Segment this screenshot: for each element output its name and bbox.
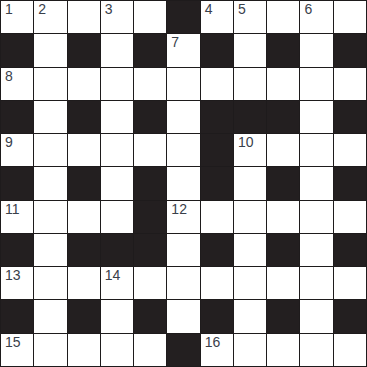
black-cell-r4c6	[201, 134, 233, 166]
white-cell-r2c4[interactable]	[134, 68, 166, 100]
white-cell-r6c6[interactable]	[201, 201, 233, 233]
white-cell-r3c9[interactable]	[300, 101, 332, 133]
white-cell-r0c8[interactable]	[267, 1, 299, 33]
white-cell-r0c10[interactable]	[334, 1, 366, 33]
black-cell-r3c6	[201, 101, 233, 133]
black-cell-r10c5	[167, 334, 199, 366]
white-cell-r3c3[interactable]	[101, 101, 133, 133]
clue-number: 12	[171, 202, 187, 217]
black-cell-r1c8	[267, 34, 299, 66]
white-cell-r4c1[interactable]	[34, 134, 66, 166]
white-cell-r4c8[interactable]	[267, 134, 299, 166]
white-cell-r0c7[interactable]: 5	[234, 1, 266, 33]
white-cell-r8c9[interactable]	[300, 267, 332, 299]
white-cell-r3c1[interactable]	[34, 101, 66, 133]
clue-number: 10	[238, 135, 254, 150]
white-cell-r0c3[interactable]: 3	[101, 1, 133, 33]
white-cell-r9c7[interactable]	[234, 300, 266, 332]
black-cell-r1c4	[134, 34, 166, 66]
white-cell-r0c1[interactable]: 2	[34, 1, 66, 33]
white-cell-r7c1[interactable]	[34, 234, 66, 266]
white-cell-r6c0[interactable]: 11	[1, 201, 33, 233]
white-cell-r2c1[interactable]	[34, 68, 66, 100]
white-cell-r6c5[interactable]: 12	[167, 201, 199, 233]
white-cell-r2c7[interactable]	[234, 68, 266, 100]
white-cell-r10c0[interactable]: 15	[1, 334, 33, 366]
white-cell-r8c6[interactable]	[201, 267, 233, 299]
white-cell-r10c1[interactable]	[34, 334, 66, 366]
white-cell-r8c10[interactable]	[334, 267, 366, 299]
white-cell-r5c9[interactable]	[300, 167, 332, 199]
black-cell-r5c8	[267, 167, 299, 199]
white-cell-r2c9[interactable]	[300, 68, 332, 100]
white-cell-r8c4[interactable]	[134, 267, 166, 299]
crossword-grid: 12345678910111213141516	[0, 0, 367, 367]
white-cell-r6c3[interactable]	[101, 201, 133, 233]
clue-number: 5	[238, 2, 246, 17]
white-cell-r6c2[interactable]	[68, 201, 100, 233]
white-cell-r2c3[interactable]	[101, 68, 133, 100]
white-cell-r10c7[interactable]	[234, 334, 266, 366]
black-cell-r1c2	[68, 34, 100, 66]
black-cell-r9c10	[334, 300, 366, 332]
clue-number: 9	[5, 135, 13, 150]
white-cell-r10c10[interactable]	[334, 334, 366, 366]
white-cell-r5c5[interactable]	[167, 167, 199, 199]
white-cell-r6c8[interactable]	[267, 201, 299, 233]
white-cell-r6c10[interactable]	[334, 201, 366, 233]
black-cell-r9c4	[134, 300, 166, 332]
white-cell-r8c2[interactable]	[68, 267, 100, 299]
clue-number: 7	[171, 35, 179, 50]
white-cell-r10c9[interactable]	[300, 334, 332, 366]
white-cell-r4c4[interactable]	[134, 134, 166, 166]
clue-number: 13	[5, 268, 21, 283]
white-cell-r2c5[interactable]	[167, 68, 199, 100]
black-cell-r9c8	[267, 300, 299, 332]
white-cell-r2c2[interactable]	[68, 68, 100, 100]
black-cell-r5c2	[68, 167, 100, 199]
white-cell-r8c5[interactable]	[167, 267, 199, 299]
white-cell-r0c0[interactable]: 1	[1, 1, 33, 33]
white-cell-r4c7[interactable]: 10	[234, 134, 266, 166]
white-cell-r8c0[interactable]: 13	[1, 267, 33, 299]
black-cell-r9c6	[201, 300, 233, 332]
white-cell-r4c0[interactable]: 9	[1, 134, 33, 166]
white-cell-r3c5[interactable]	[167, 101, 199, 133]
white-cell-r2c8[interactable]	[267, 68, 299, 100]
white-cell-r1c3[interactable]	[101, 34, 133, 66]
clue-number: 15	[5, 335, 21, 350]
white-cell-r6c9[interactable]	[300, 201, 332, 233]
black-cell-r3c7	[234, 101, 266, 133]
white-cell-r0c9[interactable]: 6	[300, 1, 332, 33]
white-cell-r4c2[interactable]	[68, 134, 100, 166]
black-cell-r1c10	[334, 34, 366, 66]
black-cell-r5c6	[201, 167, 233, 199]
white-cell-r5c3[interactable]	[101, 167, 133, 199]
clue-number: 8	[5, 69, 13, 84]
black-cell-r5c10	[334, 167, 366, 199]
black-cell-r9c2	[68, 300, 100, 332]
white-cell-r1c1[interactable]	[34, 34, 66, 66]
black-cell-r9c0	[1, 300, 33, 332]
white-cell-r4c9[interactable]	[300, 134, 332, 166]
black-cell-r3c0	[1, 101, 33, 133]
white-cell-r10c8[interactable]	[267, 334, 299, 366]
black-cell-r5c4	[134, 167, 166, 199]
white-cell-r1c7[interactable]	[234, 34, 266, 66]
white-cell-r2c10[interactable]	[334, 68, 366, 100]
white-cell-r0c4[interactable]	[134, 1, 166, 33]
black-cell-r1c0	[1, 34, 33, 66]
clue-number: 2	[38, 2, 46, 17]
black-cell-r3c10	[334, 101, 366, 133]
white-cell-r0c6[interactable]: 4	[201, 1, 233, 33]
black-cell-r0c5	[167, 1, 199, 33]
white-cell-r2c6[interactable]	[201, 68, 233, 100]
white-cell-r10c4[interactable]	[134, 334, 166, 366]
white-cell-r5c7[interactable]	[234, 167, 266, 199]
clue-number: 14	[105, 268, 121, 283]
clue-number: 1	[5, 2, 13, 17]
white-cell-r7c5[interactable]	[167, 234, 199, 266]
black-cell-r7c4	[134, 234, 166, 266]
white-cell-r8c3[interactable]: 14	[101, 267, 133, 299]
white-cell-r7c7[interactable]	[234, 234, 266, 266]
black-cell-r3c8	[267, 101, 299, 133]
clue-number: 11	[5, 202, 20, 217]
clue-number: 16	[205, 335, 221, 350]
white-cell-r10c2[interactable]	[68, 334, 100, 366]
clue-number: 4	[205, 2, 213, 17]
clue-number: 3	[105, 2, 113, 17]
black-cell-r7c2	[68, 234, 100, 266]
white-cell-r9c3[interactable]	[101, 300, 133, 332]
white-cell-r8c1[interactable]	[34, 267, 66, 299]
white-cell-r9c1[interactable]	[34, 300, 66, 332]
white-cell-r1c5[interactable]: 7	[167, 34, 199, 66]
black-cell-r1c6	[201, 34, 233, 66]
white-cell-r4c3[interactable]	[101, 134, 133, 166]
black-cell-r6c4	[134, 201, 166, 233]
black-cell-r3c4	[134, 101, 166, 133]
white-cell-r2c0[interactable]: 8	[1, 68, 33, 100]
black-cell-r7c8	[267, 234, 299, 266]
black-cell-r7c3	[101, 234, 133, 266]
black-cell-r3c2	[68, 101, 100, 133]
white-cell-r5c1[interactable]	[34, 167, 66, 199]
black-cell-r7c6	[201, 234, 233, 266]
black-cell-r7c0	[1, 234, 33, 266]
clue-number: 6	[304, 2, 312, 17]
white-cell-r4c5[interactable]	[167, 134, 199, 166]
white-cell-r4c10[interactable]	[334, 134, 366, 166]
white-cell-r10c6[interactable]: 16	[201, 334, 233, 366]
white-cell-r6c1[interactable]	[34, 201, 66, 233]
white-cell-r10c3[interactable]	[101, 334, 133, 366]
black-cell-r7c10	[334, 234, 366, 266]
white-cell-r9c9[interactable]	[300, 300, 332, 332]
white-cell-r9c5[interactable]	[167, 300, 199, 332]
white-cell-r6c7[interactable]	[234, 201, 266, 233]
black-cell-r5c0	[1, 167, 33, 199]
white-cell-r1c9[interactable]	[300, 34, 332, 66]
white-cell-r0c2[interactable]	[68, 1, 100, 33]
white-cell-r8c7[interactable]	[234, 267, 266, 299]
white-cell-r8c8[interactable]	[267, 267, 299, 299]
white-cell-r7c9[interactable]	[300, 234, 332, 266]
